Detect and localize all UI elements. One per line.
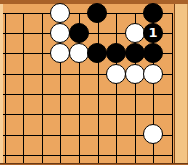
board-edge-right <box>175 4 188 163</box>
intersection[interactable] <box>70 63 89 83</box>
intersection[interactable] <box>70 104 89 124</box>
intersection[interactable] <box>51 104 70 124</box>
intersection[interactable] <box>125 23 144 43</box>
white-stone[interactable] <box>106 64 126 84</box>
intersection[interactable] <box>144 43 163 63</box>
intersection[interactable] <box>51 124 70 144</box>
intersection[interactable] <box>107 3 126 23</box>
intersection[interactable] <box>107 124 126 144</box>
intersection[interactable] <box>14 43 33 63</box>
white-stone[interactable] <box>50 43 70 63</box>
intersection[interactable] <box>51 84 70 104</box>
intersection[interactable] <box>51 63 70 83</box>
intersection[interactable] <box>33 124 52 144</box>
intersection[interactable] <box>144 124 163 144</box>
white-stone[interactable] <box>69 43 89 63</box>
intersection[interactable] <box>14 63 33 83</box>
intersection[interactable] <box>88 23 107 43</box>
black-stone[interactable] <box>106 43 126 63</box>
intersection[interactable] <box>107 23 126 43</box>
intersection[interactable] <box>125 84 144 104</box>
board-edge-right-line <box>174 4 175 163</box>
intersection[interactable] <box>125 124 144 144</box>
intersection[interactable] <box>14 23 33 43</box>
black-stone[interactable] <box>143 3 163 23</box>
intersection[interactable] <box>88 104 107 124</box>
white-stone[interactable] <box>143 64 163 84</box>
intersection[interactable] <box>144 84 163 104</box>
intersection[interactable] <box>51 3 70 23</box>
intersection[interactable] <box>125 43 144 63</box>
intersection[interactable] <box>33 84 52 104</box>
intersection[interactable] <box>125 63 144 83</box>
black-stone[interactable] <box>87 43 107 63</box>
intersection[interactable] <box>14 104 33 124</box>
black-stone[interactable] <box>69 23 89 43</box>
intersection[interactable] <box>14 3 33 23</box>
intersection[interactable] <box>107 43 126 63</box>
intersection[interactable] <box>33 43 52 63</box>
intersection[interactable] <box>125 104 144 124</box>
intersection[interactable] <box>144 3 163 23</box>
intersection[interactable] <box>14 124 33 144</box>
board-edge-left <box>0 4 3 166</box>
intersection[interactable] <box>70 124 89 144</box>
intersection[interactable] <box>51 43 70 63</box>
go-board[interactable]: 1 <box>0 3 181 165</box>
intersection[interactable] <box>144 63 163 83</box>
intersection[interactable] <box>88 43 107 63</box>
black-stone[interactable] <box>143 43 163 63</box>
intersection[interactable] <box>70 3 89 23</box>
intersection[interactable] <box>107 104 126 124</box>
intersection[interactable] <box>88 84 107 104</box>
white-stone[interactable] <box>143 124 163 144</box>
board-edge-bottom <box>0 163 188 166</box>
intersection[interactable] <box>70 84 89 104</box>
intersection[interactable] <box>33 104 52 124</box>
intersection[interactable] <box>33 63 52 83</box>
intersection[interactable] <box>88 124 107 144</box>
black-stone-move-1[interactable]: 1 <box>143 23 163 43</box>
white-stone[interactable] <box>125 64 145 84</box>
intersection[interactable] <box>70 23 89 43</box>
intersection[interactable] <box>107 84 126 104</box>
white-stone[interactable] <box>125 23 145 43</box>
intersection[interactable] <box>33 3 52 23</box>
intersection[interactable] <box>51 23 70 43</box>
intersection[interactable] <box>125 3 144 23</box>
go-board-diagram: 1 <box>0 0 188 165</box>
intersection[interactable]: 1 <box>144 23 163 43</box>
white-stone[interactable] <box>50 3 70 23</box>
intersection[interactable] <box>33 23 52 43</box>
move-number-label: 1 <box>149 26 158 39</box>
intersection[interactable] <box>70 43 89 63</box>
black-stone[interactable] <box>125 43 145 63</box>
intersection[interactable] <box>14 84 33 104</box>
white-stone[interactable] <box>50 23 70 43</box>
intersection[interactable] <box>107 63 126 83</box>
intersection[interactable] <box>88 63 107 83</box>
intersection[interactable] <box>144 104 163 124</box>
intersection[interactable] <box>88 3 107 23</box>
black-stone[interactable] <box>87 3 107 23</box>
